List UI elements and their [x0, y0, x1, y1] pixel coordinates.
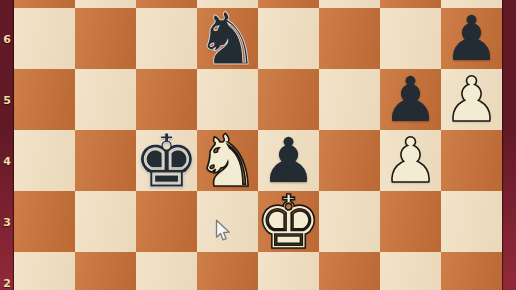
square-f6[interactable] — [319, 8, 380, 69]
black-king[interactable]: ♚ — [133, 124, 199, 198]
square-f7[interactable] — [319, 0, 380, 8]
white-king[interactable]: ♚ — [255, 185, 321, 259]
square-a7[interactable] — [14, 0, 75, 8]
square-b7[interactable] — [75, 0, 136, 8]
square-a4[interactable] — [14, 130, 75, 191]
rank-label-3: 3 — [0, 216, 14, 227]
square-f5[interactable] — [319, 69, 380, 130]
black-pawn[interactable]: ♟ — [444, 8, 500, 70]
chess-board: ♞♟♟♟♚♞♟♟♚ — [14, 0, 502, 290]
black-pawn[interactable]: ♟ — [383, 69, 439, 131]
square-f3[interactable] — [319, 191, 380, 252]
square-h4[interactable] — [441, 130, 502, 191]
square-a6[interactable] — [14, 8, 75, 69]
square-e6[interactable] — [258, 8, 319, 69]
square-c4[interactable]: ♚ — [136, 130, 197, 191]
square-h6[interactable]: ♟ — [441, 8, 502, 69]
square-g3[interactable] — [380, 191, 441, 252]
square-d4[interactable]: ♞ — [197, 130, 258, 191]
square-b5[interactable] — [75, 69, 136, 130]
rank-label-5: 5 — [0, 94, 14, 105]
white-knight[interactable]: ♞ — [195, 125, 260, 197]
square-c7[interactable] — [136, 0, 197, 8]
square-b3[interactable] — [75, 191, 136, 252]
square-h5[interactable]: ♟ — [441, 69, 502, 130]
rank-label-4: 4 — [0, 155, 14, 166]
square-e7[interactable] — [258, 0, 319, 8]
black-knight[interactable]: ♞ — [195, 3, 260, 75]
square-g7[interactable] — [380, 0, 441, 8]
square-h2[interactable] — [441, 252, 502, 290]
board-border-left: 65432 — [0, 0, 14, 290]
square-f2[interactable] — [319, 252, 380, 290]
square-g5[interactable]: ♟ — [380, 69, 441, 130]
square-f4[interactable] — [319, 130, 380, 191]
square-b6[interactable] — [75, 8, 136, 69]
square-b2[interactable] — [75, 252, 136, 290]
board-border-right — [502, 0, 516, 290]
square-e3[interactable]: ♚ — [258, 191, 319, 252]
square-a2[interactable] — [14, 252, 75, 290]
rank-label-2: 2 — [0, 277, 14, 288]
chess-app-view: ♞♟♟♟♚♞♟♟♚ 65432 — [0, 0, 516, 290]
square-e5[interactable] — [258, 69, 319, 130]
square-a5[interactable] — [14, 69, 75, 130]
square-g2[interactable] — [380, 252, 441, 290]
square-g4[interactable]: ♟ — [380, 130, 441, 191]
square-a3[interactable] — [14, 191, 75, 252]
square-d6[interactable]: ♞ — [197, 8, 258, 69]
rank-label-6: 6 — [0, 33, 14, 44]
square-h3[interactable] — [441, 191, 502, 252]
white-pawn[interactable]: ♟ — [383, 130, 439, 192]
white-pawn[interactable]: ♟ — [444, 69, 500, 131]
square-c2[interactable] — [136, 252, 197, 290]
square-d2[interactable] — [197, 252, 258, 290]
square-g6[interactable] — [380, 8, 441, 69]
square-b4[interactable] — [75, 130, 136, 191]
square-c6[interactable] — [136, 8, 197, 69]
